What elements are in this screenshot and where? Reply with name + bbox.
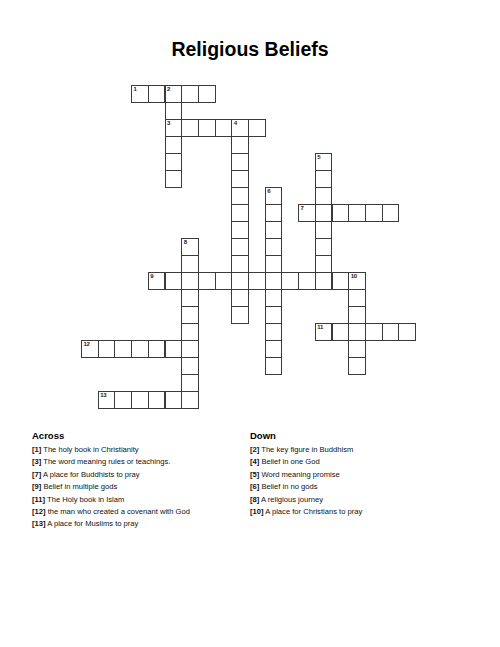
clue-number-label: [6] [250,482,259,491]
clue-number: 10 [351,273,357,279]
grid-cell[interactable] [198,85,216,103]
clue-text: The holy book in Christianity [41,445,138,454]
grid-cell[interactable] [348,204,366,222]
across-header: Across [32,430,247,441]
grid-cell[interactable] [114,391,132,409]
grid-cell[interactable] [265,306,283,324]
clue-number: 4 [234,120,237,126]
clue-text: Belief in no gods [259,482,317,491]
clue-number-label: [2] [250,445,259,454]
grid-cell[interactable]: 7 [298,204,316,222]
grid-cell[interactable] [315,272,333,290]
grid-cell[interactable] [181,357,199,375]
grid-cell[interactable] [248,272,266,290]
grid-cell[interactable] [181,85,199,103]
grid-cell[interactable]: 12 [81,340,99,358]
grid-cell[interactable] [148,85,166,103]
clue-across-7: [7] A place for Buddhists to pray [32,469,247,481]
grid-cell[interactable] [265,272,283,290]
grid-cell[interactable]: 1 [131,85,149,103]
grid-cell[interactable] [231,170,249,188]
grid-cell[interactable] [148,391,166,409]
grid-cell[interactable] [165,170,183,188]
clue-down-5: [5] Word meaning promise [250,469,465,481]
grid-cell[interactable] [348,289,366,307]
clue-number: 9 [150,273,153,279]
grid-cell[interactable] [165,340,183,358]
grid-cell[interactable] [181,306,199,324]
clue-text: A place for Muslims to pray [46,519,139,528]
clue-number-label: [3] [32,457,41,466]
grid-cell[interactable]: 11 [315,323,333,341]
clue-number: 12 [84,341,90,347]
grid-cell[interactable] [382,204,400,222]
clue-text: The key figure in Buddhism [259,445,353,454]
grid-cell[interactable] [165,391,183,409]
page: { "title": "Religious Beliefs", "game": … [0,0,500,647]
clue-across-11: [11] The Holy book in Islam [32,494,247,506]
grid-cell[interactable] [215,119,233,137]
grid-cell[interactable] [231,238,249,256]
grid-cell[interactable] [231,187,249,205]
clue-across-12: [12] the man who created a covenant with… [32,506,247,518]
grid-cell[interactable] [165,153,183,171]
clue-number-label: [9] [32,482,41,491]
grid-cell[interactable] [231,272,249,290]
grid-cell[interactable] [131,340,149,358]
clue-down-10: [10] A place for Christians to pray [250,506,465,518]
grid-cell[interactable] [348,357,366,375]
grid-cell[interactable] [398,323,416,341]
grid-cell[interactable] [231,153,249,171]
grid-cell[interactable]: 4 [231,119,249,137]
grid-cell[interactable] [198,119,216,137]
grid-cell[interactable] [315,238,333,256]
grid-cell[interactable] [165,102,183,120]
clue-number-label: [4] [250,457,259,466]
grid-cell[interactable] [181,323,199,341]
grid-cell[interactable]: 13 [98,391,116,409]
grid-cell[interactable] [365,323,383,341]
grid-cell[interactable] [265,323,283,341]
clue-down-8: [8] A religious journey [250,494,465,506]
grid-cell[interactable] [315,255,333,273]
across-clues-section: Across [1] The holy book in Christianity… [32,430,247,531]
down-clues-section: Down [2] The key figure in Buddhism[4] B… [250,430,465,518]
across-clue-list: [1] The holy book in Christianity[3] The… [32,444,247,531]
grid-cell[interactable] [181,391,199,409]
grid-cell[interactable]: 6 [265,187,283,205]
grid-cell[interactable] [382,323,400,341]
grid-cell[interactable] [198,272,216,290]
grid-cell[interactable] [231,204,249,222]
clue-number-label: [7] [32,470,41,479]
grid-cell[interactable] [181,340,199,358]
grid-cell[interactable] [348,323,366,341]
clue-text: A place for Christians to pray [264,507,363,516]
clue-text: A place for Buddhists to pray [41,470,139,479]
grid-cell[interactable] [114,340,132,358]
grid-cell[interactable] [231,255,249,273]
clue-text: the man who created a covenant with God [46,507,190,516]
grid-cell[interactable] [315,204,333,222]
clue-number-label: [10] [250,507,264,516]
clue-number-label: [12] [32,507,46,516]
grid-cell[interactable] [131,391,149,409]
grid-cell[interactable] [315,221,333,239]
grid-cell[interactable] [248,119,266,137]
grid-cell[interactable] [265,357,283,375]
clue-number-label: [11] [32,495,45,504]
grid-cell[interactable] [348,306,366,324]
grid-cell[interactable] [265,255,283,273]
clue-text: Belief in one God [259,457,319,466]
grid-cell[interactable] [365,204,383,222]
down-header: Down [250,430,465,441]
clue-across-1: [1] The holy book in Christianity [32,444,247,456]
clue-number: 3 [167,120,170,126]
clue-number-label: [13] [32,519,46,528]
clue-across-3: [3] The word meaning rules or teachings. [32,456,247,468]
grid-cell[interactable] [148,340,166,358]
clue-number: 1 [134,86,137,92]
grid-cell[interactable]: 8 [181,238,199,256]
clue-number: 8 [184,239,187,245]
grid-cell[interactable] [265,204,283,222]
grid-cell[interactable]: 9 [148,272,166,290]
clue-number: 6 [267,188,270,194]
clue-across-9: [9] Belief in multiple gods [32,481,247,493]
clue-number: 2 [167,86,170,92]
clue-number-label: [1] [32,445,41,454]
grid-cell[interactable] [181,374,199,392]
crossword-grid: 12345678910111213 [81,85,441,415]
grid-cell[interactable] [181,289,199,307]
grid-cell[interactable] [231,306,249,324]
clue-number: 5 [317,154,320,160]
grid-cell[interactable] [265,238,283,256]
clue-down-6: [6] Belief in no gods [250,481,465,493]
grid-cell[interactable] [348,340,366,358]
clue-text: The Holy book in Islam [45,495,124,504]
grid-cell[interactable] [298,272,316,290]
grid-cell[interactable] [181,119,199,137]
clue-text: Belief in multiple gods [41,482,117,491]
clue-number: 13 [100,392,106,398]
grid-cell[interactable] [181,255,199,273]
grid-cell[interactable] [231,289,249,307]
grid-cell[interactable]: 10 [348,272,366,290]
clue-number-label: [5] [250,470,259,479]
clue-text: Word meaning promise [259,470,339,479]
clue-down-2: [2] The key figure in Buddhism [250,444,465,456]
grid-cell[interactable] [315,170,333,188]
grid-cell[interactable] [265,221,283,239]
grid-cell[interactable] [332,323,350,341]
grid-cell[interactable] [281,272,299,290]
clue-across-13: [13] A place for Muslims to pray [32,518,247,530]
clue-text: A religious journey [259,495,323,504]
clue-number: 7 [301,205,304,211]
clue-text: The word meaning rules or teachings. [41,457,170,466]
grid-cell[interactable] [265,340,283,358]
grid-cell[interactable] [165,272,183,290]
puzzle-title: Religious Beliefs [0,38,500,61]
grid-cell[interactable] [215,272,233,290]
grid-cell[interactable] [231,136,249,154]
clue-down-4: [4] Belief in one God [250,456,465,468]
grid-cell[interactable] [231,221,249,239]
grid-cell[interactable] [315,187,333,205]
grid-cell[interactable] [332,204,350,222]
grid-cell[interactable] [265,289,283,307]
grid-cell[interactable]: 2 [165,85,183,103]
grid-cell[interactable] [98,340,116,358]
grid-cell[interactable] [332,272,350,290]
clue-number-label: [8] [250,495,259,504]
grid-cell[interactable]: 3 [165,119,183,137]
clue-number: 11 [317,324,323,330]
grid-cell[interactable]: 5 [315,153,333,171]
grid-cell[interactable] [181,272,199,290]
down-clue-list: [2] The key figure in Buddhism[4] Belief… [250,444,465,518]
grid-cell[interactable] [165,136,183,154]
